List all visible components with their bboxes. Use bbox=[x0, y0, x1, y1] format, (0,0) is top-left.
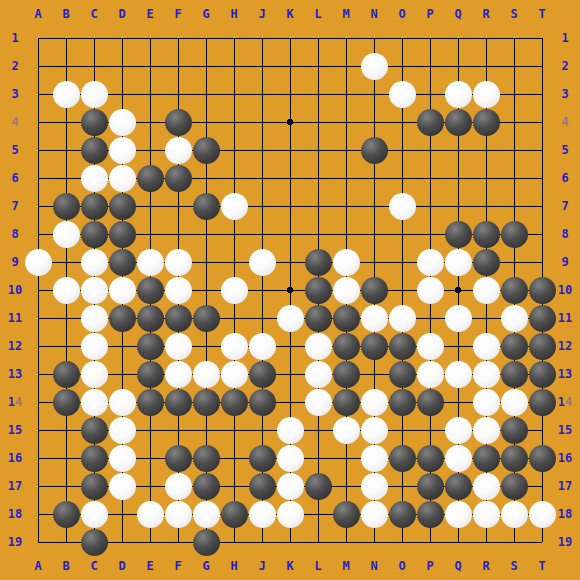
board-cell[interactable] bbox=[416, 164, 444, 192]
board-cell[interactable] bbox=[472, 276, 500, 304]
board-cell[interactable] bbox=[108, 472, 136, 500]
board-cell[interactable] bbox=[388, 500, 416, 528]
board-cell[interactable] bbox=[192, 248, 220, 276]
board-cell[interactable] bbox=[360, 80, 388, 108]
board-cell[interactable] bbox=[80, 108, 108, 136]
board-cell[interactable] bbox=[360, 164, 388, 192]
board-cell[interactable] bbox=[472, 500, 500, 528]
board-cell[interactable] bbox=[248, 500, 276, 528]
board-cell[interactable] bbox=[416, 80, 444, 108]
board-cell[interactable] bbox=[472, 220, 500, 248]
board-cell[interactable] bbox=[136, 388, 164, 416]
board-cell[interactable] bbox=[248, 80, 276, 108]
board-cell[interactable] bbox=[304, 500, 332, 528]
board-cell[interactable] bbox=[276, 220, 304, 248]
board-cell[interactable] bbox=[360, 304, 388, 332]
board-cell[interactable] bbox=[248, 192, 276, 220]
board-cell[interactable] bbox=[304, 220, 332, 248]
board-cell[interactable] bbox=[528, 388, 556, 416]
board-cell[interactable] bbox=[528, 332, 556, 360]
board-cell[interactable] bbox=[220, 444, 248, 472]
board-cell[interactable] bbox=[500, 136, 528, 164]
board-cell[interactable] bbox=[276, 80, 304, 108]
board-cell[interactable] bbox=[164, 52, 192, 80]
board-cell[interactable] bbox=[192, 388, 220, 416]
board-cell[interactable] bbox=[248, 360, 276, 388]
board-cell[interactable] bbox=[108, 276, 136, 304]
board-cell[interactable] bbox=[24, 276, 52, 304]
board-cell[interactable] bbox=[80, 164, 108, 192]
board-cell[interactable] bbox=[108, 416, 136, 444]
board-cell[interactable] bbox=[108, 136, 136, 164]
board-cell[interactable] bbox=[52, 136, 80, 164]
board-cell[interactable] bbox=[304, 80, 332, 108]
board-cell[interactable] bbox=[416, 248, 444, 276]
board-cell[interactable] bbox=[388, 52, 416, 80]
board-cell[interactable] bbox=[332, 332, 360, 360]
board-cell[interactable] bbox=[220, 360, 248, 388]
board-cell[interactable] bbox=[360, 192, 388, 220]
board-cell[interactable] bbox=[388, 304, 416, 332]
board-cell[interactable] bbox=[472, 416, 500, 444]
board-cell[interactable] bbox=[500, 304, 528, 332]
board-cell[interactable] bbox=[416, 500, 444, 528]
board-cell[interactable] bbox=[108, 360, 136, 388]
board-cell[interactable] bbox=[24, 52, 52, 80]
board-cell[interactable] bbox=[164, 192, 192, 220]
board-cell[interactable] bbox=[276, 332, 304, 360]
board-cell[interactable] bbox=[304, 136, 332, 164]
board-cell[interactable] bbox=[164, 136, 192, 164]
board-cell[interactable] bbox=[472, 164, 500, 192]
board-cell[interactable] bbox=[192, 164, 220, 192]
board-cell[interactable] bbox=[52, 332, 80, 360]
board-cell[interactable] bbox=[360, 500, 388, 528]
board-cell[interactable] bbox=[304, 164, 332, 192]
board-cell[interactable] bbox=[136, 500, 164, 528]
board-cell[interactable] bbox=[24, 80, 52, 108]
board-cell[interactable] bbox=[528, 528, 556, 556]
board-cell[interactable] bbox=[136, 24, 164, 52]
board-cell[interactable] bbox=[500, 220, 528, 248]
board-cell[interactable] bbox=[416, 528, 444, 556]
board-cell[interactable] bbox=[388, 472, 416, 500]
board-cell[interactable] bbox=[80, 360, 108, 388]
board-cell[interactable] bbox=[24, 388, 52, 416]
board-cell[interactable] bbox=[108, 332, 136, 360]
board-cell[interactable] bbox=[304, 304, 332, 332]
board-cell[interactable] bbox=[332, 388, 360, 416]
board-cell[interactable] bbox=[528, 472, 556, 500]
board-cell[interactable] bbox=[276, 164, 304, 192]
board-cell[interactable] bbox=[108, 24, 136, 52]
board-cell[interactable] bbox=[416, 52, 444, 80]
board-cell[interactable] bbox=[332, 444, 360, 472]
board-cell[interactable] bbox=[500, 444, 528, 472]
board-cell[interactable] bbox=[388, 24, 416, 52]
board-cell[interactable] bbox=[220, 332, 248, 360]
board-cell[interactable] bbox=[220, 276, 248, 304]
board-cell[interactable] bbox=[332, 24, 360, 52]
board-cell[interactable] bbox=[304, 192, 332, 220]
board-cell[interactable] bbox=[360, 108, 388, 136]
board-cell[interactable] bbox=[276, 52, 304, 80]
board-cell[interactable] bbox=[444, 220, 472, 248]
board-cell[interactable] bbox=[80, 52, 108, 80]
board-cell[interactable] bbox=[416, 24, 444, 52]
board-cell[interactable] bbox=[304, 528, 332, 556]
board-cell[interactable] bbox=[192, 24, 220, 52]
board-cell[interactable] bbox=[108, 108, 136, 136]
board-cell[interactable] bbox=[248, 416, 276, 444]
board-cell[interactable] bbox=[528, 164, 556, 192]
board-cell[interactable] bbox=[108, 500, 136, 528]
board-cell[interactable] bbox=[360, 24, 388, 52]
board-cell[interactable] bbox=[164, 304, 192, 332]
board-cell[interactable] bbox=[220, 24, 248, 52]
board-cell[interactable] bbox=[528, 444, 556, 472]
board-cell[interactable] bbox=[248, 444, 276, 472]
board-cell[interactable] bbox=[192, 192, 220, 220]
board-cell[interactable] bbox=[360, 276, 388, 304]
board-cell[interactable] bbox=[332, 304, 360, 332]
board-cell[interactable] bbox=[416, 276, 444, 304]
board-cell[interactable] bbox=[192, 360, 220, 388]
board-cell[interactable] bbox=[332, 52, 360, 80]
board-cell[interactable] bbox=[360, 472, 388, 500]
board-cell[interactable] bbox=[388, 220, 416, 248]
board-cell[interactable] bbox=[304, 24, 332, 52]
board-cell[interactable] bbox=[416, 136, 444, 164]
board-cell[interactable] bbox=[108, 52, 136, 80]
board-cell[interactable] bbox=[416, 332, 444, 360]
board-cell[interactable] bbox=[80, 416, 108, 444]
board-cell[interactable] bbox=[416, 416, 444, 444]
board-cell[interactable] bbox=[500, 528, 528, 556]
board-cell[interactable] bbox=[360, 528, 388, 556]
board-cell[interactable] bbox=[500, 108, 528, 136]
board-cell[interactable] bbox=[136, 416, 164, 444]
board-cell[interactable] bbox=[136, 528, 164, 556]
board-cell[interactable] bbox=[164, 24, 192, 52]
board-cell[interactable] bbox=[248, 304, 276, 332]
board-cell[interactable] bbox=[388, 388, 416, 416]
board-cell[interactable] bbox=[192, 52, 220, 80]
board-cell[interactable] bbox=[248, 332, 276, 360]
board-cell[interactable] bbox=[248, 472, 276, 500]
board-cell[interactable] bbox=[528, 360, 556, 388]
board-cell[interactable] bbox=[136, 80, 164, 108]
board-cell[interactable] bbox=[192, 332, 220, 360]
board-cell[interactable] bbox=[136, 220, 164, 248]
board-cell[interactable] bbox=[276, 360, 304, 388]
board-cell[interactable] bbox=[52, 500, 80, 528]
board-cell[interactable] bbox=[136, 472, 164, 500]
board-cell[interactable] bbox=[472, 304, 500, 332]
board-cell[interactable] bbox=[80, 24, 108, 52]
board-cell[interactable] bbox=[164, 164, 192, 192]
board-cell[interactable] bbox=[52, 192, 80, 220]
board-cell[interactable] bbox=[248, 24, 276, 52]
board-cell[interactable] bbox=[332, 276, 360, 304]
board-cell[interactable] bbox=[444, 164, 472, 192]
board-cell[interactable] bbox=[360, 52, 388, 80]
board-cell[interactable] bbox=[80, 276, 108, 304]
board-cell[interactable] bbox=[416, 388, 444, 416]
board-cell[interactable] bbox=[24, 360, 52, 388]
board-cell[interactable] bbox=[528, 220, 556, 248]
board-cell[interactable] bbox=[220, 304, 248, 332]
board-cell[interactable] bbox=[332, 360, 360, 388]
board-cell[interactable] bbox=[164, 276, 192, 304]
board-cell[interactable] bbox=[360, 220, 388, 248]
board-cell[interactable] bbox=[24, 136, 52, 164]
board-cell[interactable] bbox=[136, 192, 164, 220]
board-cell[interactable] bbox=[164, 220, 192, 248]
board-cell[interactable] bbox=[304, 108, 332, 136]
board-cell[interactable] bbox=[52, 528, 80, 556]
board-cell[interactable] bbox=[24, 220, 52, 248]
board-cell[interactable] bbox=[192, 220, 220, 248]
board-cell[interactable] bbox=[276, 192, 304, 220]
board-cell[interactable] bbox=[248, 52, 276, 80]
board-cell[interactable] bbox=[136, 136, 164, 164]
board-cell[interactable] bbox=[528, 192, 556, 220]
board-cell[interactable] bbox=[528, 276, 556, 304]
board-cell[interactable] bbox=[388, 164, 416, 192]
board-cell[interactable] bbox=[444, 332, 472, 360]
board-cell[interactable] bbox=[444, 24, 472, 52]
board-cell[interactable] bbox=[444, 528, 472, 556]
board-cell[interactable] bbox=[220, 164, 248, 192]
board-cell[interactable] bbox=[304, 276, 332, 304]
board-cell[interactable] bbox=[24, 192, 52, 220]
board-cell[interactable] bbox=[52, 444, 80, 472]
board-cell[interactable] bbox=[220, 416, 248, 444]
board-cell[interactable] bbox=[500, 192, 528, 220]
board-cell[interactable] bbox=[108, 528, 136, 556]
board-cell[interactable] bbox=[276, 136, 304, 164]
board-cell[interactable] bbox=[472, 444, 500, 472]
board-cell[interactable] bbox=[360, 388, 388, 416]
board-cell[interactable] bbox=[444, 444, 472, 472]
board-cell[interactable] bbox=[304, 52, 332, 80]
board-cell[interactable] bbox=[192, 304, 220, 332]
board-cell[interactable] bbox=[52, 276, 80, 304]
board-cell[interactable] bbox=[332, 108, 360, 136]
board-cell[interactable] bbox=[388, 248, 416, 276]
board-cell[interactable] bbox=[80, 472, 108, 500]
board-cell[interactable] bbox=[136, 164, 164, 192]
board-cell[interactable] bbox=[444, 472, 472, 500]
board-cell[interactable] bbox=[192, 416, 220, 444]
board-cell[interactable] bbox=[220, 388, 248, 416]
board-cell[interactable] bbox=[304, 472, 332, 500]
board-cell[interactable] bbox=[444, 192, 472, 220]
board-cell[interactable] bbox=[136, 304, 164, 332]
board-cell[interactable] bbox=[500, 416, 528, 444]
board-cell[interactable] bbox=[416, 444, 444, 472]
board-cell[interactable] bbox=[444, 248, 472, 276]
board-cell[interactable] bbox=[52, 472, 80, 500]
board-cell[interactable] bbox=[164, 388, 192, 416]
board-cell[interactable] bbox=[416, 304, 444, 332]
board-cell[interactable] bbox=[500, 276, 528, 304]
board-cell[interactable] bbox=[276, 444, 304, 472]
board-cell[interactable] bbox=[192, 108, 220, 136]
board-cell[interactable] bbox=[80, 332, 108, 360]
board-cell[interactable] bbox=[220, 52, 248, 80]
board-cell[interactable] bbox=[388, 332, 416, 360]
board-cell[interactable] bbox=[304, 388, 332, 416]
board-cell[interactable] bbox=[500, 500, 528, 528]
board-cell[interactable] bbox=[360, 360, 388, 388]
board-cell[interactable] bbox=[248, 164, 276, 192]
board-cell[interactable] bbox=[500, 472, 528, 500]
board-cell[interactable] bbox=[332, 500, 360, 528]
board-cell[interactable] bbox=[136, 444, 164, 472]
board-cell[interactable] bbox=[444, 52, 472, 80]
board-cell[interactable] bbox=[24, 416, 52, 444]
board-cell[interactable] bbox=[444, 276, 472, 304]
board-cell[interactable] bbox=[192, 528, 220, 556]
board-cell[interactable] bbox=[332, 220, 360, 248]
board-cell[interactable] bbox=[388, 444, 416, 472]
board-cell[interactable] bbox=[472, 136, 500, 164]
board-cell[interactable] bbox=[164, 360, 192, 388]
board-cell[interactable] bbox=[332, 192, 360, 220]
board-cell[interactable] bbox=[332, 472, 360, 500]
board-cell[interactable] bbox=[472, 192, 500, 220]
board-cell[interactable] bbox=[52, 304, 80, 332]
board-cell[interactable] bbox=[332, 528, 360, 556]
board-cell[interactable] bbox=[388, 276, 416, 304]
board-cell[interactable] bbox=[276, 528, 304, 556]
board-cell[interactable] bbox=[80, 248, 108, 276]
board-cell[interactable] bbox=[416, 108, 444, 136]
board-cell[interactable] bbox=[388, 360, 416, 388]
board-cell[interactable] bbox=[220, 220, 248, 248]
board-cell[interactable] bbox=[164, 332, 192, 360]
board-cell[interactable] bbox=[220, 192, 248, 220]
board-cell[interactable] bbox=[304, 248, 332, 276]
board-cell[interactable] bbox=[444, 108, 472, 136]
board-cell[interactable] bbox=[164, 444, 192, 472]
board-cell[interactable] bbox=[248, 528, 276, 556]
board-cell[interactable] bbox=[52, 164, 80, 192]
board-cell[interactable] bbox=[472, 24, 500, 52]
board-cell[interactable] bbox=[52, 220, 80, 248]
board-cell[interactable] bbox=[24, 472, 52, 500]
board-cell[interactable] bbox=[444, 416, 472, 444]
board-cell[interactable] bbox=[80, 80, 108, 108]
board-cell[interactable] bbox=[108, 304, 136, 332]
board-cell[interactable] bbox=[304, 332, 332, 360]
board-cell[interactable] bbox=[472, 472, 500, 500]
board-cell[interactable] bbox=[164, 108, 192, 136]
board-cell[interactable] bbox=[276, 108, 304, 136]
board-cell[interactable] bbox=[276, 248, 304, 276]
board-cell[interactable] bbox=[192, 276, 220, 304]
board-cell[interactable] bbox=[24, 332, 52, 360]
board-cell[interactable] bbox=[388, 528, 416, 556]
board-cell[interactable] bbox=[472, 52, 500, 80]
board-cell[interactable] bbox=[108, 388, 136, 416]
board-cell[interactable] bbox=[276, 472, 304, 500]
board-cell[interactable] bbox=[248, 108, 276, 136]
board-cell[interactable] bbox=[164, 416, 192, 444]
board-cell[interactable] bbox=[360, 332, 388, 360]
board-cell[interactable] bbox=[304, 360, 332, 388]
board-cell[interactable] bbox=[388, 80, 416, 108]
board-cell[interactable] bbox=[24, 164, 52, 192]
board-cell[interactable] bbox=[136, 276, 164, 304]
board-cell[interactable] bbox=[248, 248, 276, 276]
board-cell[interactable] bbox=[528, 500, 556, 528]
board-cell[interactable] bbox=[276, 276, 304, 304]
board-cell[interactable] bbox=[52, 52, 80, 80]
board-cell[interactable] bbox=[220, 136, 248, 164]
board-cell[interactable] bbox=[220, 500, 248, 528]
board-cell[interactable] bbox=[248, 220, 276, 248]
board-cell[interactable] bbox=[360, 416, 388, 444]
board-cell[interactable] bbox=[500, 248, 528, 276]
board-cell[interactable] bbox=[276, 500, 304, 528]
board-cell[interactable] bbox=[24, 304, 52, 332]
board-cell[interactable] bbox=[24, 108, 52, 136]
board-cell[interactable] bbox=[220, 80, 248, 108]
board-cell[interactable] bbox=[136, 108, 164, 136]
board-cell[interactable] bbox=[388, 108, 416, 136]
board-cell[interactable] bbox=[164, 80, 192, 108]
board-cell[interactable] bbox=[80, 528, 108, 556]
board-cell[interactable] bbox=[24, 500, 52, 528]
board-cell[interactable] bbox=[360, 444, 388, 472]
board-cell[interactable] bbox=[500, 80, 528, 108]
board-cell[interactable] bbox=[528, 136, 556, 164]
board-cell[interactable] bbox=[52, 360, 80, 388]
board-cell[interactable] bbox=[164, 472, 192, 500]
board-cell[interactable] bbox=[444, 136, 472, 164]
board-cell[interactable] bbox=[248, 136, 276, 164]
board-cell[interactable] bbox=[528, 304, 556, 332]
board-cell[interactable] bbox=[472, 108, 500, 136]
board-cell[interactable] bbox=[416, 220, 444, 248]
board-cell[interactable] bbox=[528, 248, 556, 276]
board-cell[interactable] bbox=[52, 416, 80, 444]
board-cell[interactable] bbox=[108, 80, 136, 108]
board-cell[interactable] bbox=[528, 108, 556, 136]
board-cell[interactable] bbox=[528, 24, 556, 52]
board-cell[interactable] bbox=[444, 360, 472, 388]
board-cell[interactable] bbox=[248, 276, 276, 304]
board-cell[interactable] bbox=[80, 192, 108, 220]
board-cell[interactable] bbox=[360, 136, 388, 164]
board-cell[interactable] bbox=[136, 52, 164, 80]
board-cell[interactable] bbox=[164, 528, 192, 556]
board-cell[interactable] bbox=[52, 388, 80, 416]
board-cell[interactable] bbox=[276, 24, 304, 52]
board-cell[interactable] bbox=[500, 360, 528, 388]
board-cell[interactable] bbox=[80, 304, 108, 332]
board-cell[interactable] bbox=[332, 80, 360, 108]
board-cell[interactable] bbox=[332, 416, 360, 444]
board-cell[interactable] bbox=[500, 388, 528, 416]
board-cell[interactable] bbox=[304, 444, 332, 472]
board-cell[interactable] bbox=[192, 80, 220, 108]
board-cell[interactable] bbox=[80, 136, 108, 164]
board-cell[interactable] bbox=[472, 528, 500, 556]
